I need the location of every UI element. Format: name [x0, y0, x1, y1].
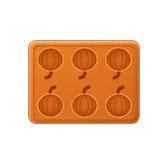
pumpkin-cavity: [67, 82, 101, 119]
pumpkin-mold-tray: [29, 41, 139, 123]
cavity-floor-highlight: [113, 97, 123, 112]
cavity-floor-highlight: [79, 97, 89, 112]
pumpkin-icon: [68, 83, 101, 119]
mold-grid: [33, 45, 135, 119]
photo-stage: [0, 0, 166, 166]
pumpkin-icon: [102, 83, 135, 119]
pumpkin-cavity: [101, 82, 135, 119]
pumpkin-cavity: [33, 45, 67, 82]
pumpkin-cavity: [101, 45, 135, 82]
pumpkin-cavity: [33, 82, 67, 119]
tray-recess: [33, 45, 135, 119]
pumpkin-icon: [34, 46, 67, 82]
pumpkin-icon: [102, 46, 135, 82]
pumpkin-cavity: [67, 45, 101, 82]
pumpkin-icon: [68, 46, 101, 82]
pumpkin-icon: [34, 83, 67, 119]
cavity-floor-highlight: [45, 97, 55, 112]
